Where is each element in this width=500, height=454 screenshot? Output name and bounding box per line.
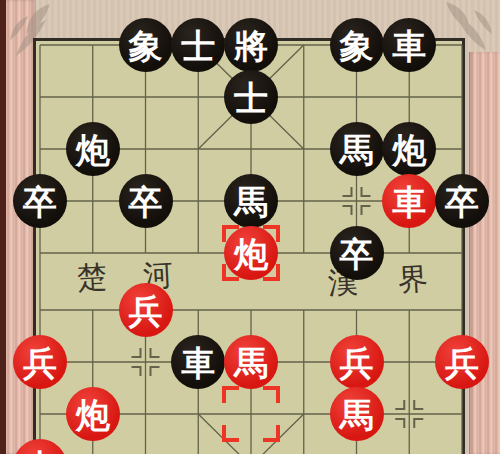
piece-red-cannon[interactable]: 炮 [66,387,120,441]
marker-corner [222,264,239,281]
marker-corner [222,425,239,442]
river-label: 界 [397,259,429,302]
marker-corner [263,386,280,403]
piece-black-chariot[interactable]: 車 [171,335,225,389]
last-move-to-marker [222,225,280,281]
piece-red-soldier[interactable]: 兵 [435,335,489,389]
marker-corner [263,225,280,242]
piece-black-chariot[interactable]: 車 [382,18,436,72]
last-move-from-marker [222,386,280,442]
piece-black-advisor[interactable]: 士 [171,18,225,72]
piece-black-horse[interactable]: 馬 [330,122,384,176]
piece-black-cannon[interactable]: 炮 [382,122,436,176]
marker-corner [263,425,280,442]
piece-black-elephant[interactable]: 象 [119,18,173,72]
piece-black-soldier[interactable]: 卒 [330,226,384,280]
piece-black-horse[interactable]: 馬 [224,174,278,228]
piece-black-elephant[interactable]: 象 [330,18,384,72]
piece-red-soldier[interactable]: 兵 [13,335,67,389]
piece-black-cannon[interactable]: 炮 [66,122,120,176]
piece-red-soldier[interactable]: 兵 [119,283,173,337]
xiangqi-app: 楚河漢界 象士將象車士炮馬炮卒卒馬車卒炮卒兵兵車馬兵兵炮馬車 [0,0,500,454]
piece-red-chariot[interactable]: 車 [382,174,436,228]
piece-black-general[interactable]: 將 [224,18,278,72]
piece-red-horse[interactable]: 馬 [224,335,278,389]
piece-black-soldier[interactable]: 卒 [435,174,489,228]
piece-red-soldier[interactable]: 兵 [330,335,384,389]
piece-red-horse[interactable]: 馬 [330,387,384,441]
marker-corner [222,225,239,242]
piece-black-advisor[interactable]: 士 [224,70,278,124]
marker-corner [263,264,280,281]
marker-corner [222,386,239,403]
piece-black-soldier[interactable]: 卒 [13,174,67,228]
river-label: 楚 [76,257,108,300]
piece-black-soldier[interactable]: 卒 [119,174,173,228]
